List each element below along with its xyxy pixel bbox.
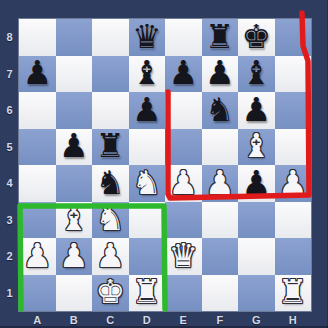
square-a6[interactable] — [19, 92, 56, 129]
rank-label-7: 7 — [0, 56, 19, 93]
square-f1[interactable] — [202, 275, 239, 312]
square-h1[interactable]: ♜ — [275, 275, 312, 312]
square-e7[interactable]: ♟ — [165, 56, 202, 93]
black-pawn[interactable]: ♟ — [241, 93, 271, 126]
square-g4[interactable]: ♟ — [238, 165, 275, 202]
file-label-g: G — [238, 311, 275, 328]
white-king[interactable]: ♚ — [95, 275, 125, 308]
black-pawn[interactable]: ♟ — [132, 93, 162, 126]
square-d5[interactable] — [129, 129, 166, 166]
square-h8[interactable] — [275, 19, 312, 56]
square-d8[interactable]: ♛ — [129, 19, 166, 56]
rank-label-2: 2 — [0, 238, 19, 275]
square-c5[interactable]: ♜ — [92, 129, 129, 166]
white-pawn[interactable]: ♟ — [205, 166, 235, 199]
square-f4[interactable]: ♟ — [202, 165, 239, 202]
square-d4[interactable]: ♞ — [129, 165, 166, 202]
square-b8[interactable] — [56, 19, 93, 56]
file-labels: ABCDEFGH — [19, 311, 311, 328]
black-rook[interactable]: ♜ — [95, 129, 125, 162]
square-f7[interactable]: ♟ — [202, 56, 239, 93]
square-d1[interactable]: ♜ — [129, 275, 166, 312]
square-a2[interactable]: ♟ — [19, 238, 56, 275]
square-g1[interactable] — [238, 275, 275, 312]
chess-board-diagram: 87654321 ABCDEFGH ♛♜♚♟♝♟♟♝♟♞♟♟♜♝♞♞♟♟♟♟♝♞… — [0, 0, 328, 328]
square-e3[interactable] — [165, 202, 202, 239]
square-h7[interactable] — [275, 56, 312, 93]
white-pawn[interactable]: ♟ — [168, 166, 198, 199]
white-queen[interactable]: ♛ — [168, 239, 198, 272]
square-e6[interactable] — [165, 92, 202, 129]
file-label-b: B — [56, 311, 93, 328]
white-bishop[interactable]: ♝ — [241, 129, 271, 162]
square-c2[interactable]: ♟ — [92, 238, 129, 275]
square-d2[interactable] — [129, 238, 166, 275]
white-knight[interactable]: ♞ — [132, 166, 162, 199]
white-rook[interactable]: ♜ — [278, 275, 308, 308]
square-g6[interactable]: ♟ — [238, 92, 275, 129]
square-a5[interactable] — [19, 129, 56, 166]
square-f2[interactable] — [202, 238, 239, 275]
black-bishop[interactable]: ♝ — [241, 56, 271, 89]
square-a7[interactable]: ♟ — [19, 56, 56, 93]
black-rook[interactable]: ♜ — [205, 20, 235, 53]
square-h4[interactable]: ♟ — [275, 165, 312, 202]
black-knight[interactable]: ♞ — [95, 166, 125, 199]
white-pawn[interactable]: ♟ — [59, 239, 89, 272]
square-c1[interactable]: ♚ — [92, 275, 129, 312]
square-b6[interactable] — [56, 92, 93, 129]
white-knight[interactable]: ♞ — [95, 202, 125, 235]
black-pawn[interactable]: ♟ — [22, 56, 52, 89]
square-e4[interactable]: ♟ — [165, 165, 202, 202]
square-b5[interactable]: ♟ — [56, 129, 93, 166]
square-g3[interactable] — [238, 202, 275, 239]
file-label-a: A — [19, 311, 56, 328]
square-c8[interactable] — [92, 19, 129, 56]
black-queen[interactable]: ♛ — [132, 20, 162, 53]
rank-label-1: 1 — [0, 275, 19, 312]
file-label-h: H — [275, 311, 312, 328]
square-h5[interactable] — [275, 129, 312, 166]
rank-label-3: 3 — [0, 202, 19, 239]
rank-labels: 87654321 — [0, 19, 19, 311]
square-b4[interactable] — [56, 165, 93, 202]
black-bishop[interactable]: ♝ — [132, 56, 162, 89]
square-a8[interactable] — [19, 19, 56, 56]
square-g8[interactable]: ♚ — [238, 19, 275, 56]
square-f5[interactable] — [202, 129, 239, 166]
square-b2[interactable]: ♟ — [56, 238, 93, 275]
black-pawn[interactable]: ♟ — [241, 166, 271, 199]
square-g5[interactable]: ♝ — [238, 129, 275, 166]
square-b3[interactable]: ♝ — [56, 202, 93, 239]
square-a3[interactable] — [19, 202, 56, 239]
square-c3[interactable]: ♞ — [92, 202, 129, 239]
square-a4[interactable] — [19, 165, 56, 202]
square-c4[interactable]: ♞ — [92, 165, 129, 202]
square-h6[interactable] — [275, 92, 312, 129]
black-pawn[interactable]: ♟ — [59, 129, 89, 162]
square-h2[interactable] — [275, 238, 312, 275]
rank-label-5: 5 — [0, 129, 19, 166]
black-pawn[interactable]: ♟ — [168, 56, 198, 89]
white-rook[interactable]: ♜ — [132, 275, 162, 308]
square-g2[interactable] — [238, 238, 275, 275]
square-e5[interactable] — [165, 129, 202, 166]
square-h3[interactable] — [275, 202, 312, 239]
chess-board[interactable]: ♛♜♚♟♝♟♟♝♟♞♟♟♜♝♞♞♟♟♟♟♝♞♟♟♟♛♚♜♜ — [19, 19, 311, 311]
square-c6[interactable] — [92, 92, 129, 129]
square-f3[interactable] — [202, 202, 239, 239]
file-label-f: F — [202, 311, 239, 328]
rank-label-6: 6 — [0, 92, 19, 129]
square-d6[interactable]: ♟ — [129, 92, 166, 129]
file-label-c: C — [92, 311, 129, 328]
square-d3[interactable] — [129, 202, 166, 239]
square-c7[interactable] — [92, 56, 129, 93]
square-b1[interactable] — [56, 275, 93, 312]
square-f6[interactable]: ♞ — [202, 92, 239, 129]
white-pawn[interactable]: ♟ — [95, 239, 125, 272]
square-d7[interactable]: ♝ — [129, 56, 166, 93]
black-knight[interactable]: ♞ — [205, 93, 235, 126]
square-e8[interactable] — [165, 19, 202, 56]
rank-label-8: 8 — [0, 19, 19, 56]
square-g7[interactable]: ♝ — [238, 56, 275, 93]
white-bishop[interactable]: ♝ — [59, 202, 89, 235]
black-pawn[interactable]: ♟ — [205, 56, 235, 89]
black-king[interactable]: ♚ — [241, 20, 271, 53]
white-pawn[interactable]: ♟ — [278, 166, 308, 199]
square-f8[interactable]: ♜ — [202, 19, 239, 56]
square-e2[interactable]: ♛ — [165, 238, 202, 275]
white-pawn[interactable]: ♟ — [22, 239, 52, 272]
square-a1[interactable] — [19, 275, 56, 312]
square-e1[interactable] — [165, 275, 202, 312]
square-b7[interactable] — [56, 56, 93, 93]
file-label-e: E — [165, 311, 202, 328]
rank-label-4: 4 — [0, 165, 19, 202]
file-label-d: D — [129, 311, 166, 328]
